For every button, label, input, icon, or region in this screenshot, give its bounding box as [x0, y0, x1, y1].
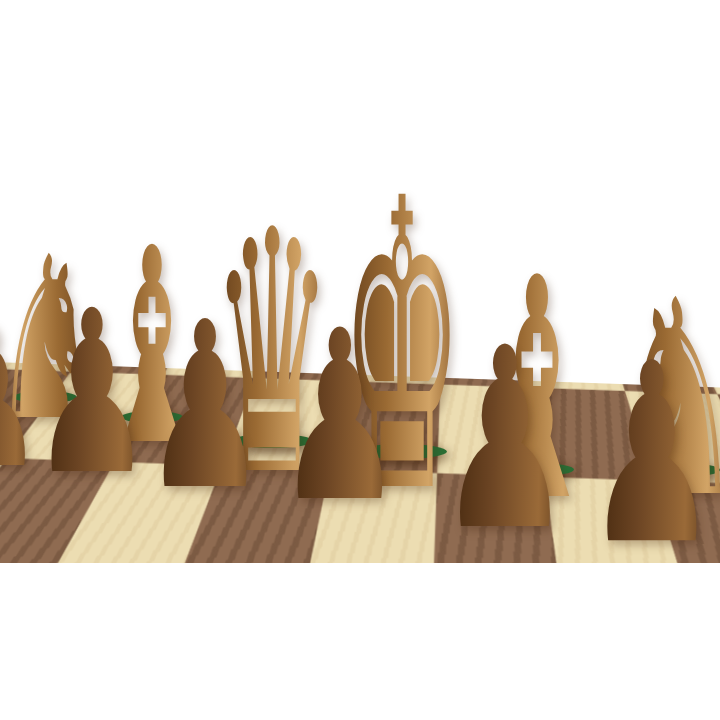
photo-area: ♞ ♝ ♛ ♚ ♝ ♞ ♟ ♟ ♟ ♟ ♟ ♟ [0, 150, 720, 563]
pawn-icon: ♟ [585, 330, 718, 563]
pawn-icon: ♟ [277, 299, 403, 534]
piece-pawn-5[interactable]: ♟ [541, 330, 720, 563]
product-photo: ♞ ♝ ♛ ♚ ♝ ♞ ♟ ♟ ♟ ♟ ♟ ♟ [0, 0, 720, 720]
